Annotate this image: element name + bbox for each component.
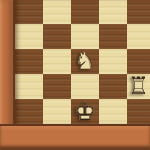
square-d5[interactable] xyxy=(99,0,127,24)
king-glyph-outline: ♔ xyxy=(71,98,99,124)
square-c2[interactable] xyxy=(71,74,99,99)
white-rook-e2[interactable]: ♜ ♖ xyxy=(127,73,150,99)
white-knight-c3[interactable]: ♞ ♘ xyxy=(71,48,99,74)
square-e5[interactable] xyxy=(127,0,150,24)
square-b5[interactable] xyxy=(43,0,71,24)
chess-board-screenshot: ♞ ♘ ♜ ♖ ♚ ♔ xyxy=(0,0,150,150)
square-e1[interactable] xyxy=(127,99,150,124)
square-c5[interactable] xyxy=(71,0,99,24)
square-c4[interactable] xyxy=(71,24,99,49)
square-a4[interactable] xyxy=(15,24,43,49)
square-a1[interactable] xyxy=(15,99,43,124)
board-frame-bottom xyxy=(0,124,150,150)
square-d2[interactable] xyxy=(99,74,127,99)
square-b4[interactable] xyxy=(43,24,71,49)
square-b1[interactable] xyxy=(43,99,71,124)
square-d3[interactable] xyxy=(99,49,127,74)
square-d1[interactable] xyxy=(99,99,127,124)
square-a2[interactable] xyxy=(15,74,43,99)
white-king-c1[interactable]: ♚ ♔ xyxy=(71,98,99,124)
square-a3[interactable] xyxy=(15,49,43,74)
square-b3[interactable] xyxy=(43,49,71,74)
rook-glyph-outline: ♖ xyxy=(127,73,150,99)
knight-glyph-outline: ♘ xyxy=(71,48,99,74)
square-e3[interactable] xyxy=(127,49,150,74)
square-b2[interactable] xyxy=(43,74,71,99)
square-d4[interactable] xyxy=(99,24,127,49)
square-a5[interactable] xyxy=(15,0,43,24)
square-e4[interactable] xyxy=(127,24,150,49)
